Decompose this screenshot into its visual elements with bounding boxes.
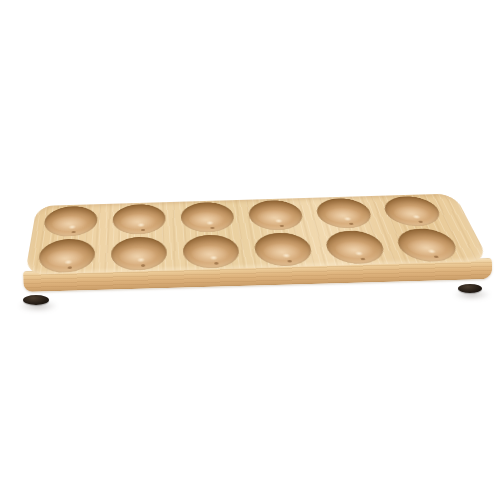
pit-cell-r2-c2 [102,234,176,272]
pit-r1-c6[interactable] [380,196,445,227]
pit-cell-r1-c2 [104,202,174,236]
pit-r2-c5[interactable] [322,230,388,264]
pit-r2-c2[interactable] [110,236,167,271]
pit-cell-r1-c3 [172,200,244,234]
pit-r2-c1[interactable] [37,238,96,273]
pit-r1-c5[interactable] [313,197,375,228]
pit-cell-r1-c1 [34,204,106,239]
product-photo-scene [0,0,500,500]
pit-cell-r1-c5 [305,196,384,230]
pit-r1-c2[interactable] [112,203,166,234]
mancala-board [21,167,481,298]
pit-cell-r1-c6 [372,194,454,228]
pit-r2-c6[interactable] [393,228,463,262]
pit-cell-r2-c4 [244,230,324,268]
pit-r1-c3[interactable] [180,201,236,232]
pit-r1-c4[interactable] [247,199,306,230]
pit-cell-r2-c3 [174,232,250,270]
pit-grid [25,194,490,275]
pit-cell-r2-c6 [384,226,472,264]
pit-r2-c3[interactable] [182,234,241,269]
board-top-surface [25,194,490,275]
pit-r1-c1[interactable] [42,205,98,236]
pit-cell-r2-c1 [28,236,104,274]
pit-r2-c4[interactable] [252,232,315,266]
pit-cell-r1-c4 [239,198,314,232]
board-foot-right [458,284,482,293]
pit-cell-r2-c5 [314,228,398,266]
